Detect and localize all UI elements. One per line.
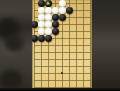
white-stone	[38, 21, 45, 28]
blurred-background-right	[91, 0, 120, 90]
blurred-stone-blob	[4, 34, 24, 52]
last-move-triangle-marker	[46, 2, 50, 5]
white-stone	[38, 28, 45, 35]
black-stone	[38, 0, 45, 7]
white-stone	[52, 7, 59, 14]
black-stone	[32, 21, 38, 28]
white-stone	[45, 28, 52, 35]
white-stone	[45, 21, 52, 28]
white-stone	[59, 0, 66, 7]
blurred-background-left	[0, 0, 33, 90]
grid-line-horizontal	[34, 59, 91, 60]
grid-line-horizontal	[34, 45, 91, 46]
white-stone	[38, 7, 45, 14]
black-stone	[45, 35, 52, 42]
black-stone	[66, 7, 73, 14]
grid-line-horizontal	[34, 52, 91, 53]
white-stone	[45, 7, 52, 14]
white-stone	[38, 14, 45, 21]
white-stone	[45, 14, 52, 21]
black-stone	[32, 35, 38, 42]
white-stone	[59, 7, 66, 14]
grid-line-horizontal	[34, 80, 91, 81]
video-frame	[0, 0, 120, 90]
grid-line-horizontal	[34, 66, 91, 67]
black-stone	[52, 21, 59, 28]
black-stone	[52, 28, 59, 35]
go-board[interactable]	[32, 0, 92, 88]
black-stone	[38, 35, 45, 42]
black-stone	[52, 14, 59, 21]
black-stone	[59, 14, 66, 21]
bottom-letterbox	[0, 88, 120, 91]
black-stone	[45, 0, 52, 7]
